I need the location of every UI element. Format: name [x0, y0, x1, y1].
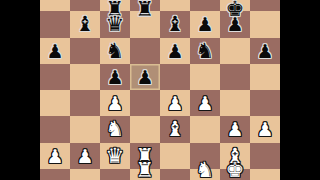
white-knight-f1: ♞ [190, 160, 220, 180]
white-pawn-g3: ♟ [220, 119, 250, 140]
video-frame: ♜♜♚♝♛♝♟♟♟♞♟♞♟♟♟♟♟♟♞♝♟♟♟♟♛♜♝♜♞♚ [0, 0, 320, 180]
square-f4[interactable]: ♟ [190, 90, 220, 116]
black-pawn-e6: ♟ [160, 40, 190, 61]
square-d1[interactable]: ♜ [130, 169, 160, 180]
square-d3[interactable] [130, 116, 160, 142]
square-h1[interactable] [250, 169, 280, 180]
square-e4[interactable]: ♟ [160, 90, 190, 116]
square-c4[interactable]: ♟ [100, 90, 130, 116]
black-knight-c6: ♞ [100, 40, 130, 61]
square-b8[interactable] [70, 0, 100, 11]
square-g4[interactable] [220, 90, 250, 116]
square-c1[interactable] [100, 169, 130, 180]
white-pawn-e4: ♟ [160, 93, 190, 114]
black-pawn-g7: ♟ [220, 14, 250, 35]
square-b1[interactable] [70, 169, 100, 180]
square-h7[interactable] [250, 11, 280, 37]
white-bishop-e3: ♝ [160, 119, 190, 140]
black-pawn-c5: ♟ [100, 66, 130, 87]
white-rook-d1: ♜ [130, 160, 160, 180]
square-c6[interactable]: ♞ [100, 38, 130, 64]
black-pawn-h6: ♟ [250, 40, 280, 61]
square-f8[interactable] [190, 0, 220, 11]
square-h2[interactable] [250, 143, 280, 169]
square-h4[interactable] [250, 90, 280, 116]
square-d8[interactable]: ♜ [130, 0, 160, 11]
square-c3[interactable]: ♞ [100, 116, 130, 142]
black-pawn-a6: ♟ [40, 40, 70, 61]
square-e5[interactable] [160, 64, 190, 90]
square-c2[interactable]: ♛ [100, 143, 130, 169]
square-a8[interactable] [40, 0, 70, 11]
white-king-g1: ♚ [220, 160, 250, 180]
square-f6[interactable]: ♞ [190, 38, 220, 64]
square-e7[interactable]: ♝ [160, 11, 190, 37]
square-g7[interactable]: ♟ [220, 11, 250, 37]
square-g6[interactable] [220, 38, 250, 64]
square-h5[interactable] [250, 64, 280, 90]
square-g1[interactable]: ♚ [220, 169, 250, 180]
square-b6[interactable] [70, 38, 100, 64]
square-h6[interactable]: ♟ [250, 38, 280, 64]
square-c8[interactable]: ♜ [100, 0, 130, 11]
black-rook-d8: ♜ [130, 0, 160, 20]
square-e1[interactable] [160, 169, 190, 180]
square-f7[interactable]: ♟ [190, 11, 220, 37]
square-g3[interactable]: ♟ [220, 116, 250, 142]
square-a5[interactable] [40, 64, 70, 90]
black-pawn-d5: ♟ [130, 66, 160, 87]
white-pawn-f4: ♟ [190, 93, 220, 114]
letterbox-left-bar [0, 0, 40, 180]
square-g5[interactable] [220, 64, 250, 90]
square-c7[interactable]: ♛ [100, 11, 130, 37]
square-b5[interactable] [70, 64, 100, 90]
square-e8[interactable] [160, 0, 190, 11]
square-b2[interactable]: ♟ [70, 143, 100, 169]
white-pawn-h3: ♟ [250, 119, 280, 140]
square-f5[interactable] [190, 64, 220, 90]
square-a6[interactable]: ♟ [40, 38, 70, 64]
square-h8[interactable] [250, 0, 280, 11]
square-h3[interactable]: ♟ [250, 116, 280, 142]
black-bishop-e7: ♝ [160, 14, 190, 35]
letterbox-right-bar [280, 0, 320, 180]
square-b3[interactable] [70, 116, 100, 142]
square-b7[interactable]: ♝ [70, 11, 100, 37]
square-f3[interactable] [190, 116, 220, 142]
square-e6[interactable]: ♟ [160, 38, 190, 64]
square-e2[interactable] [160, 143, 190, 169]
square-a7[interactable] [40, 11, 70, 37]
white-knight-c3: ♞ [100, 119, 130, 140]
square-a1[interactable] [40, 169, 70, 180]
square-f1[interactable]: ♞ [190, 169, 220, 180]
square-e3[interactable]: ♝ [160, 116, 190, 142]
black-knight-f6: ♞ [190, 40, 220, 61]
square-a2[interactable]: ♟ [40, 143, 70, 169]
square-b4[interactable] [70, 90, 100, 116]
white-pawn-c4: ♟ [100, 93, 130, 114]
square-d4[interactable] [130, 90, 160, 116]
black-queen-c7: ♛ [100, 14, 130, 35]
square-c5[interactable]: ♟ [100, 64, 130, 90]
black-bishop-b7: ♝ [70, 14, 100, 35]
white-pawn-b2: ♟ [70, 145, 100, 166]
square-d6[interactable] [130, 38, 160, 64]
black-pawn-f7: ♟ [190, 14, 220, 35]
square-g8[interactable]: ♚ [220, 0, 250, 11]
white-pawn-a2: ♟ [40, 145, 70, 166]
chessboard: ♜♜♚♝♛♝♟♟♟♞♟♞♟♟♟♟♟♟♞♝♟♟♟♟♛♜♝♜♞♚ [40, 0, 280, 180]
square-a4[interactable] [40, 90, 70, 116]
square-d5[interactable]: ♟ [130, 64, 160, 90]
white-queen-c2: ♛ [100, 145, 130, 166]
square-a3[interactable] [40, 116, 70, 142]
